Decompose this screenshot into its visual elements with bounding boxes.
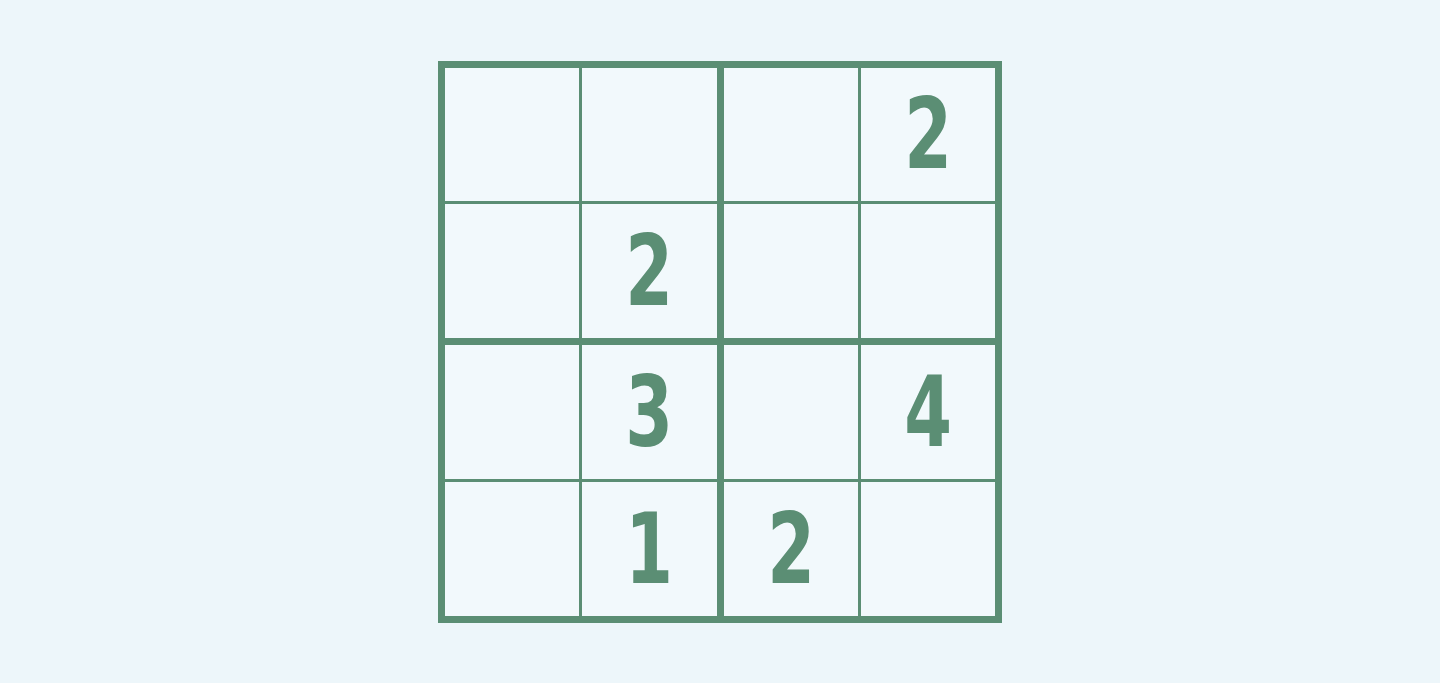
sudoku-cell-r3c1[interactable] [445,345,579,479]
sudoku-cell-r1c4[interactable]: 2 [861,68,995,202]
sudoku-cell-r1c3[interactable] [724,68,858,202]
sudoku-box-bottom-right: 4 2 [724,345,996,616]
sudoku-box-bottom-left: 3 1 [445,345,717,616]
cell-value: 1 [625,500,673,598]
sudoku-cell-r4c4[interactable] [861,482,995,616]
sudoku-board: 2 2 3 1 4 2 [438,61,1002,623]
cell-value: 2 [904,85,952,183]
cell-value: 2 [625,222,673,320]
sudoku-box-top-right: 2 [724,68,996,339]
sudoku-cell-r2c1[interactable] [445,204,579,338]
sudoku-cell-r4c3[interactable]: 2 [724,482,858,616]
sudoku-cell-r3c3[interactable] [724,345,858,479]
sudoku-cell-r3c2[interactable]: 3 [582,345,716,479]
sudoku-cell-r2c3[interactable] [724,204,858,338]
sudoku-cell-r1c2[interactable] [582,68,716,202]
sudoku-box-top-left: 2 [445,68,717,339]
sudoku-cell-r4c1[interactable] [445,482,579,616]
cell-value: 2 [767,500,815,598]
cell-value: 4 [904,363,952,461]
sudoku-cell-r4c2[interactable]: 1 [582,482,716,616]
sudoku-cell-r2c2[interactable]: 2 [582,204,716,338]
sudoku-cell-r3c4[interactable]: 4 [861,345,995,479]
sudoku-cell-r1c1[interactable] [445,68,579,202]
cell-value: 3 [625,363,673,461]
sudoku-cell-r2c4[interactable] [861,204,995,338]
